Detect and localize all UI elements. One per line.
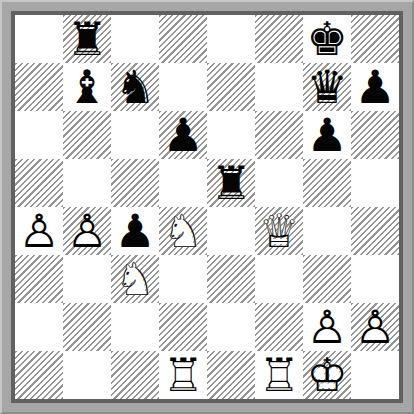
square-h2[interactable]: ♟♙: [351, 303, 399, 351]
white-pawn-icon: ♟♙: [63, 207, 111, 255]
black-knight-icon: ♞: [111, 63, 159, 111]
square-c4[interactable]: ♟: [111, 207, 159, 255]
chess-board: ♜♚♝♞♛♟♟♟♜♟♙♟♙♟♞♘♛♕♞♘♟♙♟♙♜♖♜♖♚♔: [11, 11, 403, 403]
board-frame: ♜♚♝♞♛♟♟♟♜♟♙♟♙♟♞♘♛♕♞♘♟♙♟♙♜♖♜♖♚♔: [0, 0, 414, 414]
square-b6[interactable]: [63, 111, 111, 159]
square-f1[interactable]: ♜♖: [255, 351, 303, 399]
square-h4[interactable]: [351, 207, 399, 255]
black-king-icon: ♚: [303, 15, 351, 63]
square-a2[interactable]: [15, 303, 63, 351]
square-e1[interactable]: [207, 351, 255, 399]
square-f3[interactable]: [255, 255, 303, 303]
black-pawn-icon: ♟: [351, 63, 399, 111]
square-d3[interactable]: [159, 255, 207, 303]
square-a3[interactable]: [15, 255, 63, 303]
black-rook-icon: ♜: [207, 159, 255, 207]
square-d1[interactable]: ♜♖: [159, 351, 207, 399]
square-b3[interactable]: [63, 255, 111, 303]
square-c2[interactable]: [111, 303, 159, 351]
white-rook-icon: ♜♖: [159, 351, 207, 399]
square-d8[interactable]: [159, 15, 207, 63]
square-b2[interactable]: [63, 303, 111, 351]
square-g7[interactable]: ♛: [303, 63, 351, 111]
white-pawn-icon: ♟♙: [303, 303, 351, 351]
square-c1[interactable]: [111, 351, 159, 399]
square-e4[interactable]: [207, 207, 255, 255]
square-c6[interactable]: [111, 111, 159, 159]
square-h1[interactable]: [351, 351, 399, 399]
black-pawn-icon: ♟: [159, 111, 207, 159]
black-queen-icon: ♛: [303, 63, 351, 111]
square-h3[interactable]: [351, 255, 399, 303]
square-f8[interactable]: [255, 15, 303, 63]
square-a8[interactable]: [15, 15, 63, 63]
square-d7[interactable]: [159, 63, 207, 111]
square-d6[interactable]: ♟: [159, 111, 207, 159]
square-b4[interactable]: ♟♙: [63, 207, 111, 255]
square-f2[interactable]: [255, 303, 303, 351]
square-h8[interactable]: [351, 15, 399, 63]
square-a7[interactable]: [15, 63, 63, 111]
square-e8[interactable]: [207, 15, 255, 63]
square-a4[interactable]: ♟♙: [15, 207, 63, 255]
square-e2[interactable]: [207, 303, 255, 351]
square-b1[interactable]: [63, 351, 111, 399]
black-pawn-icon: ♟: [111, 207, 159, 255]
square-a5[interactable]: [15, 159, 63, 207]
white-rook-icon: ♜♖: [255, 351, 303, 399]
square-d2[interactable]: [159, 303, 207, 351]
square-h5[interactable]: [351, 159, 399, 207]
white-knight-icon: ♞♘: [159, 207, 207, 255]
square-g3[interactable]: [303, 255, 351, 303]
square-c5[interactable]: [111, 159, 159, 207]
square-e6[interactable]: [207, 111, 255, 159]
square-a1[interactable]: [15, 351, 63, 399]
square-b7[interactable]: ♝: [63, 63, 111, 111]
white-knight-icon: ♞♘: [111, 255, 159, 303]
white-pawn-icon: ♟♙: [15, 207, 63, 255]
black-pawn-icon: ♟: [303, 111, 351, 159]
square-c3[interactable]: ♞♘: [111, 255, 159, 303]
square-g1[interactable]: ♚♔: [303, 351, 351, 399]
square-f6[interactable]: [255, 111, 303, 159]
square-c7[interactable]: ♞: [111, 63, 159, 111]
square-g6[interactable]: ♟: [303, 111, 351, 159]
square-f4[interactable]: ♛♕: [255, 207, 303, 255]
square-f7[interactable]: [255, 63, 303, 111]
square-g4[interactable]: [303, 207, 351, 255]
square-h7[interactable]: ♟: [351, 63, 399, 111]
square-d5[interactable]: [159, 159, 207, 207]
square-b8[interactable]: ♜: [63, 15, 111, 63]
square-d4[interactable]: ♞♘: [159, 207, 207, 255]
square-f5[interactable]: [255, 159, 303, 207]
square-e7[interactable]: [207, 63, 255, 111]
square-g8[interactable]: ♚: [303, 15, 351, 63]
white-queen-icon: ♛♕: [255, 207, 303, 255]
square-g5[interactable]: [303, 159, 351, 207]
square-c8[interactable]: [111, 15, 159, 63]
square-b5[interactable]: [63, 159, 111, 207]
square-e5[interactable]: ♜: [207, 159, 255, 207]
white-king-icon: ♚♔: [303, 351, 351, 399]
square-a6[interactable]: [15, 111, 63, 159]
black-rook-icon: ♜: [63, 15, 111, 63]
square-h6[interactable]: [351, 111, 399, 159]
square-g2[interactable]: ♟♙: [303, 303, 351, 351]
square-e3[interactable]: [207, 255, 255, 303]
white-pawn-icon: ♟♙: [351, 303, 399, 351]
black-bishop-icon: ♝: [63, 63, 111, 111]
